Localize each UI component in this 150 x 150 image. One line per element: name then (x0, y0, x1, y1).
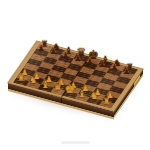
fold-seam-front (61, 97, 62, 103)
chess-set-photo: ♜♜♞♞♝♝♛♛♚♚♝♝♞♞♜♜♟♟♟♟♟♟♟♟♟♟♟♟♟♟♟♟♟♟♟♟♟♟♟♟… (0, 0, 150, 150)
watermark (61, 141, 90, 144)
